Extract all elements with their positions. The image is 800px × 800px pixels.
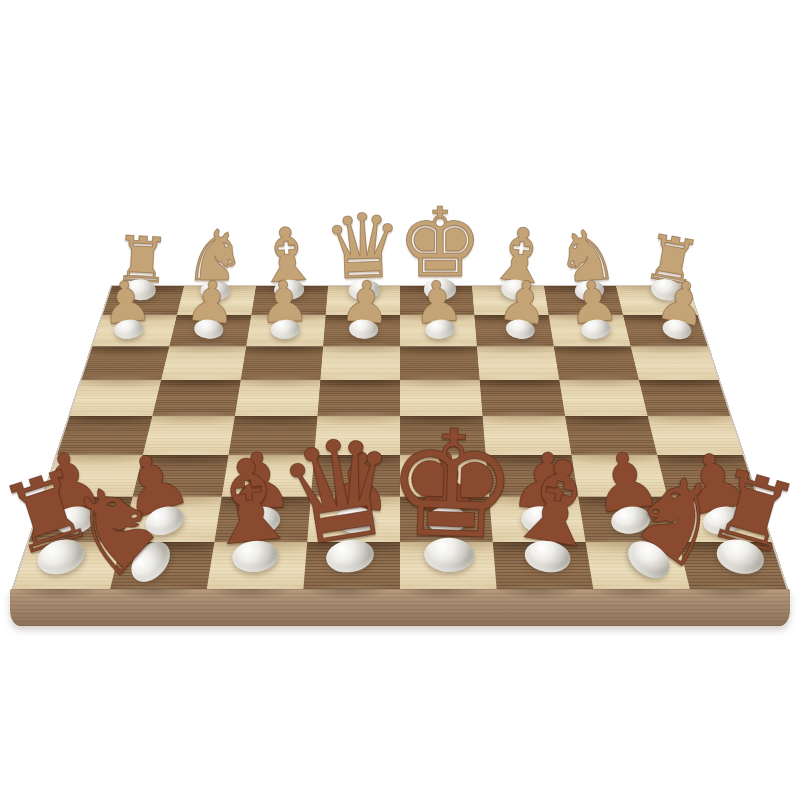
piece-white-pawn-a2[interactable]: ♟ [98,273,155,341]
piece-black-bishop-f8[interactable]: ♝ [494,443,616,581]
piece-white-pawn-d2[interactable]: ♟ [338,274,393,341]
piece-white-pawn-f2[interactable]: ♟ [494,273,553,343]
chrome-base [270,319,300,340]
piece-white-pawn-e2[interactable]: ♟ [410,274,466,342]
pieces-layer: ♜♞♝♛♚♝♞♜♟♟♟♟♟♟♟♟♟♟♟♟♟♟♟♟♜♞♝♛♚♝♞♜ [0,0,800,800]
piece-white-pawn-g2[interactable]: ♟ [565,273,622,341]
piece-white-pawn-b2[interactable]: ♟ [182,274,238,342]
chrome-base [425,318,455,340]
chess-photo-scene: ♜♞♝♛♚♝♞♜♟♟♟♟♟♟♟♟♟♟♟♟♟♟♟♟♜♞♝♛♚♝♞♜ [0,0,800,800]
piece-white-pawn-c2[interactable]: ♟ [257,274,311,340]
